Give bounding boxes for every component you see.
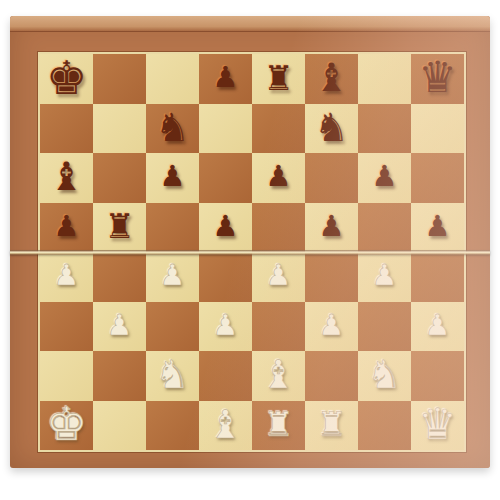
piece-white-pawn[interactable]: ♟	[160, 261, 186, 290]
piece-white-knight[interactable]: ♞	[155, 355, 190, 394]
piece-white-pawn[interactable]: ♟	[372, 261, 398, 290]
square-d1[interactable]: ♝	[199, 401, 252, 451]
square-f1[interactable]: ♜	[305, 401, 358, 451]
piece-black-bishop[interactable]: ♝	[49, 157, 84, 196]
square-d8[interactable]: ♟	[199, 54, 252, 104]
square-g5[interactable]	[358, 203, 411, 253]
piece-white-bishop[interactable]: ♝	[261, 355, 296, 394]
square-d5[interactable]: ♟	[199, 203, 252, 253]
piece-white-king[interactable]: ♚	[46, 401, 87, 447]
square-b4[interactable]	[93, 252, 146, 302]
square-a6[interactable]: ♝	[40, 153, 93, 203]
square-a4[interactable]: ♟	[40, 252, 93, 302]
square-b8[interactable]	[93, 54, 146, 104]
piece-black-rook[interactable]: ♜	[263, 61, 293, 95]
piece-white-rook[interactable]: ♜	[263, 407, 293, 441]
square-h3[interactable]: ♟	[411, 302, 464, 352]
square-f5[interactable]: ♟	[305, 203, 358, 253]
piece-black-pawn[interactable]: ♟	[425, 212, 451, 241]
square-c6[interactable]: ♟	[146, 153, 199, 203]
square-e5[interactable]	[252, 203, 305, 253]
square-h6[interactable]	[411, 153, 464, 203]
square-c3[interactable]	[146, 302, 199, 352]
square-h2[interactable]	[411, 351, 464, 401]
piece-black-pawn[interactable]: ♟	[319, 212, 345, 241]
square-c8[interactable]	[146, 54, 199, 104]
piece-black-pawn[interactable]: ♟	[160, 162, 186, 191]
square-h7[interactable]	[411, 104, 464, 154]
square-f4[interactable]	[305, 252, 358, 302]
square-f8[interactable]: ♝	[305, 54, 358, 104]
square-f6[interactable]	[305, 153, 358, 203]
square-g3[interactable]	[358, 302, 411, 352]
square-f2[interactable]	[305, 351, 358, 401]
square-g8[interactable]	[358, 54, 411, 104]
piece-black-queen[interactable]: ♛	[418, 56, 457, 99]
square-g1[interactable]	[358, 401, 411, 451]
piece-black-pawn[interactable]: ♟	[266, 162, 292, 191]
square-a7[interactable]	[40, 104, 93, 154]
square-c4[interactable]: ♟	[146, 252, 199, 302]
square-d3[interactable]: ♟	[199, 302, 252, 352]
piece-white-knight[interactable]: ♞	[367, 355, 402, 394]
square-d2[interactable]	[199, 351, 252, 401]
square-c7[interactable]: ♞	[146, 104, 199, 154]
product-photo: ♚♟♜♝♛♞♞♝♟♟♟♟♜♟♟♟♟♟♟♟♟♟♟♟♞♝♞♚♝♜♜♛	[0, 0, 500, 500]
piece-white-pawn[interactable]: ♟	[54, 261, 80, 290]
square-h5[interactable]: ♟	[411, 203, 464, 253]
board-top-edge	[10, 16, 490, 32]
piece-black-rook[interactable]: ♜	[104, 209, 134, 243]
square-a5[interactable]: ♟	[40, 203, 93, 253]
square-g6[interactable]: ♟	[358, 153, 411, 203]
square-e6[interactable]: ♟	[252, 153, 305, 203]
square-a2[interactable]	[40, 351, 93, 401]
piece-black-king[interactable]: ♚	[46, 55, 87, 101]
piece-black-pawn[interactable]: ♟	[54, 212, 80, 241]
piece-white-pawn[interactable]: ♟	[213, 311, 239, 340]
square-d7[interactable]	[199, 104, 252, 154]
square-g2[interactable]: ♞	[358, 351, 411, 401]
square-d6[interactable]	[199, 153, 252, 203]
square-c1[interactable]	[146, 401, 199, 451]
square-e8[interactable]: ♜	[252, 54, 305, 104]
square-c2[interactable]: ♞	[146, 351, 199, 401]
square-b6[interactable]	[93, 153, 146, 203]
piece-black-pawn[interactable]: ♟	[213, 63, 239, 92]
square-h8[interactable]: ♛	[411, 54, 464, 104]
square-b7[interactable]	[93, 104, 146, 154]
square-a8[interactable]: ♚	[40, 54, 93, 104]
square-h1[interactable]: ♛	[411, 401, 464, 451]
piece-white-queen[interactable]: ♛	[418, 403, 457, 446]
square-e1[interactable]: ♜	[252, 401, 305, 451]
chess-board: ♚♟♜♝♛♞♞♝♟♟♟♟♜♟♟♟♟♟♟♟♟♟♟♟♞♝♞♚♝♜♜♛	[10, 16, 490, 468]
board-field: ♚♟♜♝♛♞♞♝♟♟♟♟♜♟♟♟♟♟♟♟♟♟♟♟♞♝♞♚♝♜♜♛	[38, 52, 466, 452]
square-b3[interactable]: ♟	[93, 302, 146, 352]
square-e3[interactable]	[252, 302, 305, 352]
piece-white-pawn[interactable]: ♟	[266, 261, 292, 290]
square-f7[interactable]: ♞	[305, 104, 358, 154]
piece-black-knight[interactable]: ♞	[155, 108, 190, 147]
piece-white-bishop[interactable]: ♝	[208, 405, 243, 444]
square-e4[interactable]: ♟	[252, 252, 305, 302]
square-e2[interactable]: ♝	[252, 351, 305, 401]
piece-white-pawn[interactable]: ♟	[425, 311, 451, 340]
square-a1[interactable]: ♚	[40, 401, 93, 451]
square-f3[interactable]: ♟	[305, 302, 358, 352]
piece-white-pawn[interactable]: ♟	[107, 311, 133, 340]
square-b2[interactable]	[93, 351, 146, 401]
piece-black-bishop[interactable]: ♝	[314, 58, 349, 97]
square-g4[interactable]: ♟	[358, 252, 411, 302]
square-b5[interactable]: ♜	[93, 203, 146, 253]
square-c5[interactable]	[146, 203, 199, 253]
square-g7[interactable]	[358, 104, 411, 154]
piece-black-pawn[interactable]: ♟	[213, 212, 239, 241]
piece-black-pawn[interactable]: ♟	[372, 162, 398, 191]
square-d4[interactable]	[199, 252, 252, 302]
piece-black-knight[interactable]: ♞	[314, 108, 349, 147]
square-e7[interactable]	[252, 104, 305, 154]
square-h4[interactable]	[411, 252, 464, 302]
piece-white-pawn[interactable]: ♟	[319, 311, 345, 340]
square-a3[interactable]	[40, 302, 93, 352]
square-b1[interactable]	[93, 401, 146, 451]
piece-white-rook[interactable]: ♜	[316, 407, 346, 441]
